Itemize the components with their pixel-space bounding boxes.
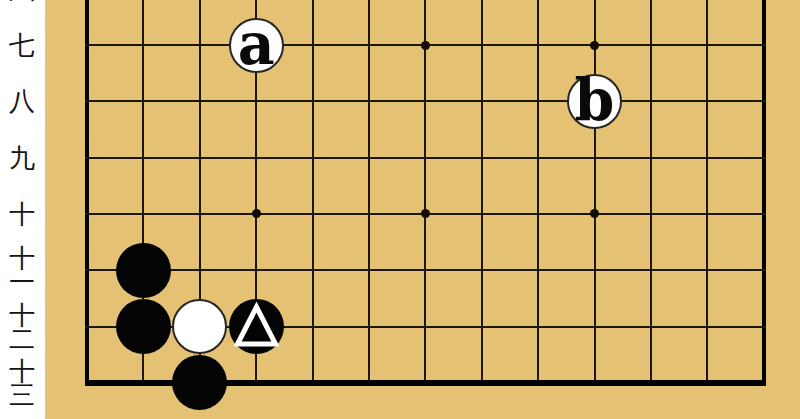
- go-board-diagram: ab 六七八九十十一十二十三: [0, 0, 800, 419]
- row-label-char: 六: [9, 0, 35, 1]
- row-label-char: 一: [9, 270, 35, 294]
- row-label-char: 十: [9, 303, 35, 327]
- row-label-char: 八: [9, 89, 35, 113]
- row-label-9: 九: [0, 143, 44, 173]
- row-label-13: 十三: [0, 358, 44, 408]
- row-label-char: 二: [9, 327, 35, 351]
- row-label-11: 十一: [0, 245, 44, 295]
- row-label-10: 十: [0, 199, 44, 229]
- row-coordinate-labels: 六七八九十十一十二十三: [0, 0, 800, 419]
- row-label-char: 十: [9, 202, 35, 226]
- row-label-char: 三: [9, 383, 35, 407]
- row-label-12: 十二: [0, 302, 44, 352]
- row-label-char: 七: [9, 33, 35, 57]
- row-label-6: 六: [0, 0, 44, 4]
- row-label-7: 七: [0, 30, 44, 60]
- row-label-char: 九: [9, 146, 35, 170]
- row-label-8: 八: [0, 86, 44, 116]
